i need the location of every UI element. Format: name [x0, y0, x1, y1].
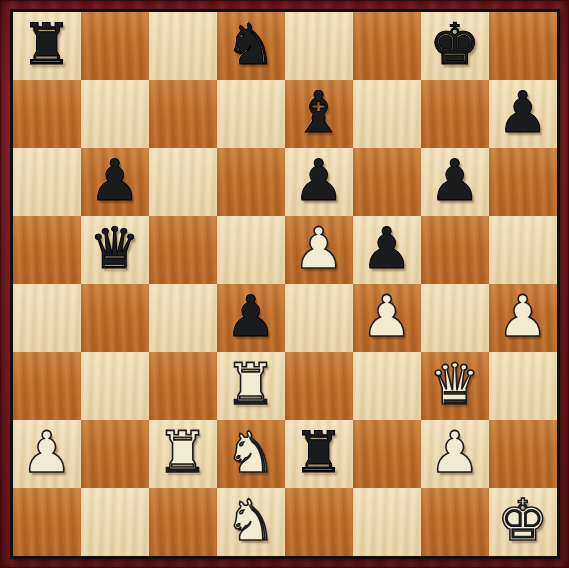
- square-b5[interactable]: ♛: [81, 216, 149, 284]
- square-c3[interactable]: [149, 352, 217, 420]
- square-c5[interactable]: [149, 216, 217, 284]
- square-a5[interactable]: [13, 216, 81, 284]
- square-b8[interactable]: [81, 12, 149, 80]
- square-d3[interactable]: ♜: [217, 352, 285, 420]
- square-g7[interactable]: [421, 80, 489, 148]
- square-e7[interactable]: ♝: [285, 80, 353, 148]
- square-h6[interactable]: [489, 148, 557, 216]
- square-h8[interactable]: [489, 12, 557, 80]
- square-c4[interactable]: [149, 284, 217, 352]
- square-f4[interactable]: ♟: [353, 284, 421, 352]
- chessboard-frame: ♜♞♚♝♟♟♟♟♛♟♟♟♟♟♜♛♟♜♞♜♟♞♚: [0, 0, 569, 568]
- black-pawn[interactable]: ♟: [225, 284, 276, 350]
- black-king[interactable]: ♚: [429, 12, 480, 78]
- white-rook[interactable]: ♜: [225, 352, 276, 418]
- black-rook[interactable]: ♜: [21, 12, 72, 78]
- square-f3[interactable]: [353, 352, 421, 420]
- white-queen[interactable]: ♛: [429, 352, 480, 418]
- square-d4[interactable]: ♟: [217, 284, 285, 352]
- square-e3[interactable]: [285, 352, 353, 420]
- black-pawn[interactable]: ♟: [89, 148, 140, 214]
- square-d8[interactable]: ♞: [217, 12, 285, 80]
- square-h3[interactable]: [489, 352, 557, 420]
- square-b7[interactable]: [81, 80, 149, 148]
- square-e8[interactable]: [285, 12, 353, 80]
- square-d1[interactable]: ♞: [217, 488, 285, 556]
- square-f7[interactable]: [353, 80, 421, 148]
- square-f1[interactable]: [353, 488, 421, 556]
- square-b2[interactable]: [81, 420, 149, 488]
- black-bishop[interactable]: ♝: [293, 80, 344, 146]
- square-h7[interactable]: ♟: [489, 80, 557, 148]
- black-pawn[interactable]: ♟: [293, 148, 344, 214]
- square-g1[interactable]: [421, 488, 489, 556]
- square-a3[interactable]: [13, 352, 81, 420]
- black-pawn[interactable]: ♟: [497, 80, 548, 146]
- square-a1[interactable]: [13, 488, 81, 556]
- square-f2[interactable]: [353, 420, 421, 488]
- square-d6[interactable]: [217, 148, 285, 216]
- square-b1[interactable]: [81, 488, 149, 556]
- square-h2[interactable]: [489, 420, 557, 488]
- square-b3[interactable]: [81, 352, 149, 420]
- square-c8[interactable]: [149, 12, 217, 80]
- square-e2[interactable]: ♜: [285, 420, 353, 488]
- square-b4[interactable]: [81, 284, 149, 352]
- chessboard: ♜♞♚♝♟♟♟♟♛♟♟♟♟♟♜♛♟♜♞♜♟♞♚: [10, 9, 560, 559]
- square-g6[interactable]: ♟: [421, 148, 489, 216]
- square-a6[interactable]: [13, 148, 81, 216]
- square-a4[interactable]: [13, 284, 81, 352]
- white-knight[interactable]: ♞: [225, 488, 276, 554]
- square-f8[interactable]: [353, 12, 421, 80]
- white-pawn[interactable]: ♟: [21, 420, 72, 486]
- square-f6[interactable]: [353, 148, 421, 216]
- black-pawn[interactable]: ♟: [429, 148, 480, 214]
- square-a8[interactable]: ♜: [13, 12, 81, 80]
- white-knight[interactable]: ♞: [225, 420, 276, 486]
- square-e1[interactable]: [285, 488, 353, 556]
- square-c2[interactable]: ♜: [149, 420, 217, 488]
- square-a2[interactable]: ♟: [13, 420, 81, 488]
- square-f5[interactable]: ♟: [353, 216, 421, 284]
- square-b6[interactable]: ♟: [81, 148, 149, 216]
- white-pawn[interactable]: ♟: [293, 216, 344, 282]
- square-g3[interactable]: ♛: [421, 352, 489, 420]
- square-e4[interactable]: [285, 284, 353, 352]
- white-pawn[interactable]: ♟: [429, 420, 480, 486]
- black-queen[interactable]: ♛: [89, 216, 140, 282]
- square-h4[interactable]: ♟: [489, 284, 557, 352]
- white-pawn[interactable]: ♟: [361, 284, 412, 350]
- square-a7[interactable]: [13, 80, 81, 148]
- square-g2[interactable]: ♟: [421, 420, 489, 488]
- black-pawn[interactable]: ♟: [361, 216, 412, 282]
- square-h5[interactable]: [489, 216, 557, 284]
- square-e6[interactable]: ♟: [285, 148, 353, 216]
- square-d5[interactable]: [217, 216, 285, 284]
- square-g5[interactable]: [421, 216, 489, 284]
- square-d7[interactable]: [217, 80, 285, 148]
- white-rook[interactable]: ♜: [157, 420, 208, 486]
- square-g4[interactable]: [421, 284, 489, 352]
- screenshot-root: ♜♞♚♝♟♟♟♟♛♟♟♟♟♟♜♛♟♜♞♜♟♞♚: [0, 0, 569, 568]
- square-g8[interactable]: ♚: [421, 12, 489, 80]
- square-h1[interactable]: ♚: [489, 488, 557, 556]
- square-c7[interactable]: [149, 80, 217, 148]
- black-rook[interactable]: ♜: [293, 420, 344, 486]
- white-pawn[interactable]: ♟: [497, 284, 548, 350]
- square-e5[interactable]: ♟: [285, 216, 353, 284]
- square-c1[interactable]: [149, 488, 217, 556]
- square-c6[interactable]: [149, 148, 217, 216]
- black-knight[interactable]: ♞: [225, 12, 276, 78]
- square-d2[interactable]: ♞: [217, 420, 285, 488]
- white-king[interactable]: ♚: [497, 488, 548, 554]
